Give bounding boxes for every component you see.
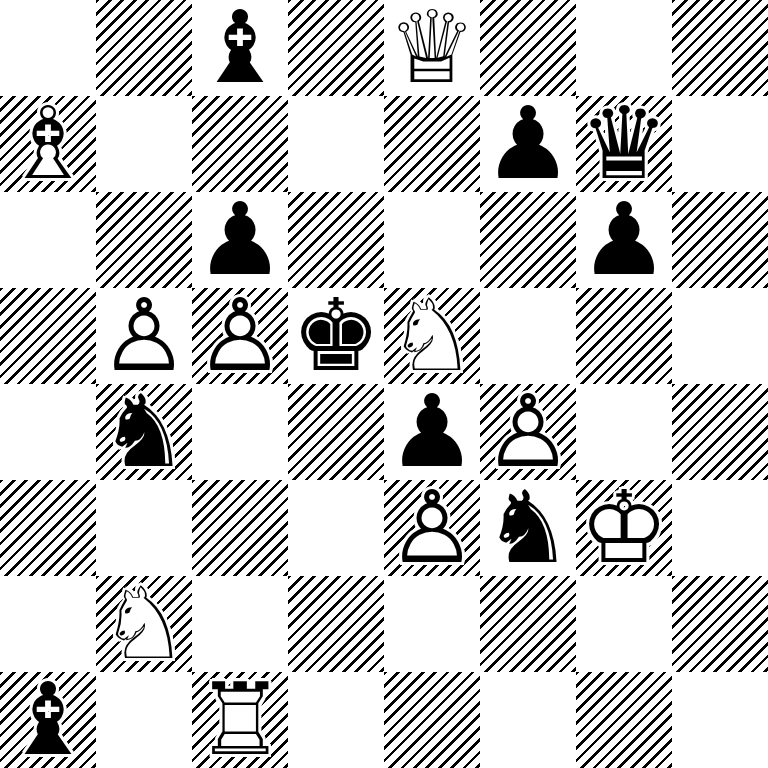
square-e3[interactable]: ♟♙ bbox=[384, 480, 480, 576]
square-c2[interactable] bbox=[192, 576, 288, 672]
piece-glyph: ♘ bbox=[96, 576, 192, 672]
square-h4[interactable] bbox=[672, 384, 768, 480]
black-bishop-a1[interactable]: ♝♝ bbox=[0, 672, 96, 768]
piece-glyph: ♚ bbox=[288, 288, 384, 384]
square-d6[interactable] bbox=[288, 192, 384, 288]
square-e6[interactable] bbox=[384, 192, 480, 288]
square-h1[interactable] bbox=[672, 672, 768, 768]
piece-glyph: ♔ bbox=[576, 480, 672, 576]
square-h3[interactable] bbox=[672, 480, 768, 576]
square-d4[interactable] bbox=[288, 384, 384, 480]
square-f3[interactable]: ♞♞ bbox=[480, 480, 576, 576]
square-g4[interactable] bbox=[576, 384, 672, 480]
square-g6[interactable]: ♟♟ bbox=[576, 192, 672, 288]
black-pawn-g6[interactable]: ♟♟ bbox=[576, 192, 672, 288]
square-a8[interactable] bbox=[0, 0, 96, 96]
square-h8[interactable] bbox=[672, 0, 768, 96]
white-knight-e5[interactable]: ♞♘ bbox=[384, 288, 480, 384]
white-king-g3[interactable]: ♚♔ bbox=[576, 480, 672, 576]
black-knight-f3[interactable]: ♞♞ bbox=[480, 480, 576, 576]
square-d1[interactable] bbox=[288, 672, 384, 768]
black-pawn-f7[interactable]: ♟♟ bbox=[480, 96, 576, 192]
square-g7[interactable]: ♛♛ bbox=[576, 96, 672, 192]
square-g1[interactable] bbox=[576, 672, 672, 768]
square-c8[interactable]: ♝♝ bbox=[192, 0, 288, 96]
piece-glyph: ♟ bbox=[576, 192, 672, 288]
square-d8[interactable] bbox=[288, 0, 384, 96]
square-c7[interactable] bbox=[192, 96, 288, 192]
piece-glyph: ♞ bbox=[480, 480, 576, 576]
piece-glyph: ♘ bbox=[384, 288, 480, 384]
white-bishop-a7[interactable]: ♝♗ bbox=[0, 96, 96, 192]
piece-glyph: ♙ bbox=[384, 480, 480, 576]
square-a2[interactable] bbox=[0, 576, 96, 672]
piece-glyph: ♟ bbox=[480, 96, 576, 192]
white-knight-b2[interactable]: ♞♘ bbox=[96, 576, 192, 672]
square-g5[interactable] bbox=[576, 288, 672, 384]
square-e1[interactable] bbox=[384, 672, 480, 768]
white-pawn-b5[interactable]: ♟♙ bbox=[96, 288, 192, 384]
piece-glyph: ♝ bbox=[192, 0, 288, 96]
piece-glyph: ♛ bbox=[576, 96, 672, 192]
square-d3[interactable] bbox=[288, 480, 384, 576]
white-pawn-c5[interactable]: ♟♙ bbox=[192, 288, 288, 384]
piece-glyph: ♗ bbox=[0, 96, 96, 192]
square-g8[interactable] bbox=[576, 0, 672, 96]
square-f2[interactable] bbox=[480, 576, 576, 672]
white-queen-e8[interactable]: ♛♕ bbox=[384, 0, 480, 96]
square-g2[interactable] bbox=[576, 576, 672, 672]
square-g3[interactable]: ♚♔ bbox=[576, 480, 672, 576]
black-knight-b4[interactable]: ♞♞ bbox=[96, 384, 192, 480]
square-c1[interactable]: ♜♖ bbox=[192, 672, 288, 768]
square-h2[interactable] bbox=[672, 576, 768, 672]
square-h5[interactable] bbox=[672, 288, 768, 384]
square-h7[interactable] bbox=[672, 96, 768, 192]
square-b4[interactable]: ♞♞ bbox=[96, 384, 192, 480]
square-a3[interactable] bbox=[0, 480, 96, 576]
white-pawn-e3[interactable]: ♟♙ bbox=[384, 480, 480, 576]
black-bishop-c8[interactable]: ♝♝ bbox=[192, 0, 288, 96]
square-b1[interactable] bbox=[96, 672, 192, 768]
square-b5[interactable]: ♟♙ bbox=[96, 288, 192, 384]
square-f8[interactable] bbox=[480, 0, 576, 96]
square-h6[interactable] bbox=[672, 192, 768, 288]
square-b2[interactable]: ♞♘ bbox=[96, 576, 192, 672]
square-d5[interactable]: ♚♚ bbox=[288, 288, 384, 384]
piece-glyph: ♕ bbox=[384, 0, 480, 96]
square-c3[interactable] bbox=[192, 480, 288, 576]
square-c5[interactable]: ♟♙ bbox=[192, 288, 288, 384]
square-f1[interactable] bbox=[480, 672, 576, 768]
square-e4[interactable]: ♟♟ bbox=[384, 384, 480, 480]
square-f7[interactable]: ♟♟ bbox=[480, 96, 576, 192]
piece-glyph: ♟ bbox=[384, 384, 480, 480]
piece-glyph: ♝ bbox=[0, 672, 96, 768]
square-f4[interactable]: ♟♙ bbox=[480, 384, 576, 480]
piece-glyph: ♞ bbox=[96, 384, 192, 480]
square-b7[interactable] bbox=[96, 96, 192, 192]
piece-glyph: ♙ bbox=[480, 384, 576, 480]
black-pawn-c6[interactable]: ♟♟ bbox=[192, 192, 288, 288]
chess-board: ♝♝♛♕♝♗♟♟♛♛♟♟♟♟♟♙♟♙♚♚♞♘♞♞♟♟♟♙♟♙♞♞♚♔♞♘♝♝♜♖ bbox=[0, 0, 768, 768]
white-rook-c1[interactable]: ♜♖ bbox=[192, 672, 288, 768]
square-e7[interactable] bbox=[384, 96, 480, 192]
square-a7[interactable]: ♝♗ bbox=[0, 96, 96, 192]
square-e2[interactable] bbox=[384, 576, 480, 672]
black-king-d5[interactable]: ♚♚ bbox=[288, 288, 384, 384]
square-a6[interactable] bbox=[0, 192, 96, 288]
square-a1[interactable]: ♝♝ bbox=[0, 672, 96, 768]
square-b6[interactable] bbox=[96, 192, 192, 288]
square-b3[interactable] bbox=[96, 480, 192, 576]
piece-glyph: ♙ bbox=[192, 288, 288, 384]
square-c4[interactable] bbox=[192, 384, 288, 480]
square-e8[interactable]: ♛♕ bbox=[384, 0, 480, 96]
square-f6[interactable] bbox=[480, 192, 576, 288]
square-d2[interactable] bbox=[288, 576, 384, 672]
square-f5[interactable] bbox=[480, 288, 576, 384]
square-c6[interactable]: ♟♟ bbox=[192, 192, 288, 288]
square-b8[interactable] bbox=[96, 0, 192, 96]
black-pawn-e4[interactable]: ♟♟ bbox=[384, 384, 480, 480]
square-e5[interactable]: ♞♘ bbox=[384, 288, 480, 384]
black-queen-g7[interactable]: ♛♛ bbox=[576, 96, 672, 192]
piece-glyph: ♙ bbox=[96, 288, 192, 384]
square-a5[interactable] bbox=[0, 288, 96, 384]
square-d7[interactable] bbox=[288, 96, 384, 192]
white-pawn-f4[interactable]: ♟♙ bbox=[480, 384, 576, 480]
square-a4[interactable] bbox=[0, 384, 96, 480]
piece-glyph: ♟ bbox=[192, 192, 288, 288]
piece-glyph: ♖ bbox=[192, 672, 288, 768]
